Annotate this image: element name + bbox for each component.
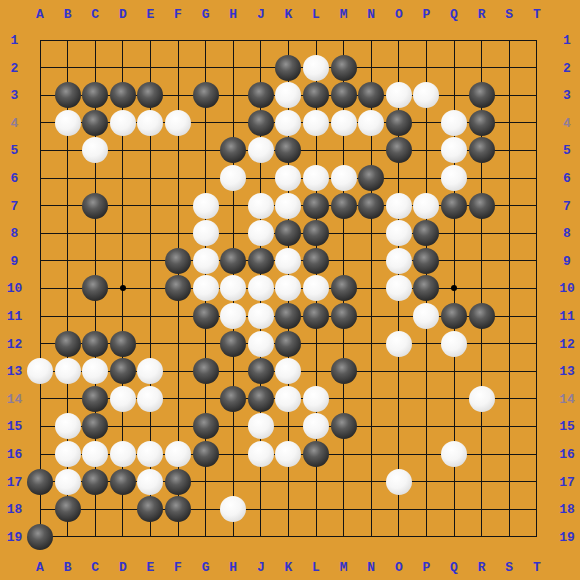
point-J10[interactable]: [247, 274, 275, 302]
point-T5[interactable]: [523, 136, 551, 164]
point-C19[interactable]: [81, 523, 109, 551]
point-D15[interactable]: [109, 412, 137, 440]
point-M2[interactable]: [330, 54, 358, 82]
point-A15[interactable]: [26, 412, 54, 440]
point-L12[interactable]: [302, 330, 330, 358]
point-D4[interactable]: [109, 109, 137, 137]
point-D8[interactable]: [109, 219, 137, 247]
point-F12[interactable]: [164, 330, 192, 358]
point-E9[interactable]: [136, 247, 164, 275]
point-S1[interactable]: [495, 26, 523, 54]
point-O11[interactable]: [385, 302, 413, 330]
point-M3[interactable]: [330, 81, 358, 109]
point-C13[interactable]: [81, 357, 109, 385]
point-C9[interactable]: [81, 247, 109, 275]
point-O14[interactable]: [385, 385, 413, 413]
point-H16[interactable]: [219, 440, 247, 468]
point-L10[interactable]: [302, 274, 330, 302]
point-A14[interactable]: [26, 385, 54, 413]
point-S3[interactable]: [495, 81, 523, 109]
point-O4[interactable]: [385, 109, 413, 137]
point-R9[interactable]: [468, 247, 496, 275]
point-M9[interactable]: [330, 247, 358, 275]
point-G19[interactable]: [192, 523, 220, 551]
point-T16[interactable]: [523, 440, 551, 468]
point-S18[interactable]: [495, 495, 523, 523]
point-P15[interactable]: [412, 412, 440, 440]
point-G1[interactable]: [192, 26, 220, 54]
point-R19[interactable]: [468, 523, 496, 551]
point-O10[interactable]: [385, 274, 413, 302]
point-M14[interactable]: [330, 385, 358, 413]
point-F17[interactable]: [164, 468, 192, 496]
point-J5[interactable]: [247, 136, 275, 164]
point-S17[interactable]: [495, 468, 523, 496]
point-O1[interactable]: [385, 26, 413, 54]
point-E19[interactable]: [136, 523, 164, 551]
point-D6[interactable]: [109, 164, 137, 192]
point-G8[interactable]: [192, 219, 220, 247]
point-Q8[interactable]: [440, 219, 468, 247]
point-T13[interactable]: [523, 357, 551, 385]
point-T4[interactable]: [523, 109, 551, 137]
point-E13[interactable]: [136, 357, 164, 385]
point-K13[interactable]: [274, 357, 302, 385]
point-A6[interactable]: [26, 164, 54, 192]
point-H11[interactable]: [219, 302, 247, 330]
point-C6[interactable]: [81, 164, 109, 192]
point-J6[interactable]: [247, 164, 275, 192]
point-K9[interactable]: [274, 247, 302, 275]
point-Q11[interactable]: [440, 302, 468, 330]
point-O9[interactable]: [385, 247, 413, 275]
point-Q14[interactable]: [440, 385, 468, 413]
point-F7[interactable]: [164, 192, 192, 220]
point-N7[interactable]: [357, 192, 385, 220]
point-D18[interactable]: [109, 495, 137, 523]
point-D17[interactable]: [109, 468, 137, 496]
point-M19[interactable]: [330, 523, 358, 551]
point-N17[interactable]: [357, 468, 385, 496]
point-G4[interactable]: [192, 109, 220, 137]
point-J9[interactable]: [247, 247, 275, 275]
point-J16[interactable]: [247, 440, 275, 468]
point-L11[interactable]: [302, 302, 330, 330]
point-R13[interactable]: [468, 357, 496, 385]
point-L8[interactable]: [302, 219, 330, 247]
point-P12[interactable]: [412, 330, 440, 358]
point-O15[interactable]: [385, 412, 413, 440]
point-Q16[interactable]: [440, 440, 468, 468]
point-G5[interactable]: [192, 136, 220, 164]
point-K19[interactable]: [274, 523, 302, 551]
point-M10[interactable]: [330, 274, 358, 302]
point-P6[interactable]: [412, 164, 440, 192]
point-O19[interactable]: [385, 523, 413, 551]
point-H1[interactable]: [219, 26, 247, 54]
point-M5[interactable]: [330, 136, 358, 164]
point-S11[interactable]: [495, 302, 523, 330]
point-E4[interactable]: [136, 109, 164, 137]
point-M15[interactable]: [330, 412, 358, 440]
point-F14[interactable]: [164, 385, 192, 413]
point-K18[interactable]: [274, 495, 302, 523]
point-L7[interactable]: [302, 192, 330, 220]
point-Q10[interactable]: [440, 274, 468, 302]
point-C17[interactable]: [81, 468, 109, 496]
point-T7[interactable]: [523, 192, 551, 220]
point-O5[interactable]: [385, 136, 413, 164]
point-Q7[interactable]: [440, 192, 468, 220]
point-M12[interactable]: [330, 330, 358, 358]
point-R15[interactable]: [468, 412, 496, 440]
point-E1[interactable]: [136, 26, 164, 54]
point-T9[interactable]: [523, 247, 551, 275]
point-J15[interactable]: [247, 412, 275, 440]
point-H8[interactable]: [219, 219, 247, 247]
point-O7[interactable]: [385, 192, 413, 220]
point-B2[interactable]: [54, 54, 82, 82]
point-P8[interactable]: [412, 219, 440, 247]
point-K8[interactable]: [274, 219, 302, 247]
point-F19[interactable]: [164, 523, 192, 551]
point-L3[interactable]: [302, 81, 330, 109]
point-B14[interactable]: [54, 385, 82, 413]
point-Q9[interactable]: [440, 247, 468, 275]
point-K3[interactable]: [274, 81, 302, 109]
point-F3[interactable]: [164, 81, 192, 109]
point-M1[interactable]: [330, 26, 358, 54]
point-Q5[interactable]: [440, 136, 468, 164]
point-L15[interactable]: [302, 412, 330, 440]
point-D13[interactable]: [109, 357, 137, 385]
point-Q18[interactable]: [440, 495, 468, 523]
point-S13[interactable]: [495, 357, 523, 385]
point-D14[interactable]: [109, 385, 137, 413]
point-B19[interactable]: [54, 523, 82, 551]
point-P2[interactable]: [412, 54, 440, 82]
point-L9[interactable]: [302, 247, 330, 275]
point-H14[interactable]: [219, 385, 247, 413]
point-B8[interactable]: [54, 219, 82, 247]
point-F2[interactable]: [164, 54, 192, 82]
point-O17[interactable]: [385, 468, 413, 496]
point-M6[interactable]: [330, 164, 358, 192]
point-E3[interactable]: [136, 81, 164, 109]
point-O12[interactable]: [385, 330, 413, 358]
point-E7[interactable]: [136, 192, 164, 220]
point-S9[interactable]: [495, 247, 523, 275]
point-A5[interactable]: [26, 136, 54, 164]
point-T8[interactable]: [523, 219, 551, 247]
point-N14[interactable]: [357, 385, 385, 413]
point-N9[interactable]: [357, 247, 385, 275]
point-A1[interactable]: [26, 26, 54, 54]
point-T6[interactable]: [523, 164, 551, 192]
point-G18[interactable]: [192, 495, 220, 523]
point-F5[interactable]: [164, 136, 192, 164]
point-R10[interactable]: [468, 274, 496, 302]
point-G7[interactable]: [192, 192, 220, 220]
point-A4[interactable]: [26, 109, 54, 137]
point-E5[interactable]: [136, 136, 164, 164]
point-M18[interactable]: [330, 495, 358, 523]
point-E16[interactable]: [136, 440, 164, 468]
point-K5[interactable]: [274, 136, 302, 164]
point-N19[interactable]: [357, 523, 385, 551]
point-K15[interactable]: [274, 412, 302, 440]
point-S4[interactable]: [495, 109, 523, 137]
point-A19[interactable]: [26, 523, 54, 551]
point-N18[interactable]: [357, 495, 385, 523]
point-H17[interactable]: [219, 468, 247, 496]
point-C2[interactable]: [81, 54, 109, 82]
point-K2[interactable]: [274, 54, 302, 82]
point-J11[interactable]: [247, 302, 275, 330]
point-H3[interactable]: [219, 81, 247, 109]
point-F9[interactable]: [164, 247, 192, 275]
point-P10[interactable]: [412, 274, 440, 302]
point-F18[interactable]: [164, 495, 192, 523]
point-C10[interactable]: [81, 274, 109, 302]
point-G9[interactable]: [192, 247, 220, 275]
point-O3[interactable]: [385, 81, 413, 109]
point-E18[interactable]: [136, 495, 164, 523]
point-R6[interactable]: [468, 164, 496, 192]
point-M11[interactable]: [330, 302, 358, 330]
point-G2[interactable]: [192, 54, 220, 82]
point-J19[interactable]: [247, 523, 275, 551]
point-E14[interactable]: [136, 385, 164, 413]
point-P7[interactable]: [412, 192, 440, 220]
point-H10[interactable]: [219, 274, 247, 302]
point-S12[interactable]: [495, 330, 523, 358]
point-A7[interactable]: [26, 192, 54, 220]
point-F1[interactable]: [164, 26, 192, 54]
point-Q12[interactable]: [440, 330, 468, 358]
point-G11[interactable]: [192, 302, 220, 330]
point-C7[interactable]: [81, 192, 109, 220]
point-N8[interactable]: [357, 219, 385, 247]
point-E15[interactable]: [136, 412, 164, 440]
point-B16[interactable]: [54, 440, 82, 468]
point-C5[interactable]: [81, 136, 109, 164]
point-F4[interactable]: [164, 109, 192, 137]
point-Q2[interactable]: [440, 54, 468, 82]
point-A3[interactable]: [26, 81, 54, 109]
point-M13[interactable]: [330, 357, 358, 385]
point-R16[interactable]: [468, 440, 496, 468]
point-P13[interactable]: [412, 357, 440, 385]
point-N3[interactable]: [357, 81, 385, 109]
point-Q17[interactable]: [440, 468, 468, 496]
point-B11[interactable]: [54, 302, 82, 330]
point-A9[interactable]: [26, 247, 54, 275]
point-B7[interactable]: [54, 192, 82, 220]
point-R12[interactable]: [468, 330, 496, 358]
point-K17[interactable]: [274, 468, 302, 496]
point-K12[interactable]: [274, 330, 302, 358]
point-P11[interactable]: [412, 302, 440, 330]
point-S10[interactable]: [495, 274, 523, 302]
point-P4[interactable]: [412, 109, 440, 137]
point-L5[interactable]: [302, 136, 330, 164]
point-L2[interactable]: [302, 54, 330, 82]
point-C8[interactable]: [81, 219, 109, 247]
point-G12[interactable]: [192, 330, 220, 358]
point-P16[interactable]: [412, 440, 440, 468]
point-E12[interactable]: [136, 330, 164, 358]
point-J17[interactable]: [247, 468, 275, 496]
point-O6[interactable]: [385, 164, 413, 192]
point-T18[interactable]: [523, 495, 551, 523]
point-R2[interactable]: [468, 54, 496, 82]
point-P17[interactable]: [412, 468, 440, 496]
point-N2[interactable]: [357, 54, 385, 82]
point-J2[interactable]: [247, 54, 275, 82]
point-H19[interactable]: [219, 523, 247, 551]
point-J1[interactable]: [247, 26, 275, 54]
point-S8[interactable]: [495, 219, 523, 247]
point-A16[interactable]: [26, 440, 54, 468]
point-H12[interactable]: [219, 330, 247, 358]
point-O8[interactable]: [385, 219, 413, 247]
point-B17[interactable]: [54, 468, 82, 496]
point-N11[interactable]: [357, 302, 385, 330]
point-R18[interactable]: [468, 495, 496, 523]
point-Q19[interactable]: [440, 523, 468, 551]
point-S5[interactable]: [495, 136, 523, 164]
point-T12[interactable]: [523, 330, 551, 358]
point-K1[interactable]: [274, 26, 302, 54]
point-N16[interactable]: [357, 440, 385, 468]
point-Q6[interactable]: [440, 164, 468, 192]
point-K4[interactable]: [274, 109, 302, 137]
point-T19[interactable]: [523, 523, 551, 551]
point-P19[interactable]: [412, 523, 440, 551]
point-M8[interactable]: [330, 219, 358, 247]
point-E6[interactable]: [136, 164, 164, 192]
point-F13[interactable]: [164, 357, 192, 385]
point-A2[interactable]: [26, 54, 54, 82]
point-J3[interactable]: [247, 81, 275, 109]
point-T15[interactable]: [523, 412, 551, 440]
point-M7[interactable]: [330, 192, 358, 220]
point-D12[interactable]: [109, 330, 137, 358]
point-R3[interactable]: [468, 81, 496, 109]
point-F6[interactable]: [164, 164, 192, 192]
point-P1[interactable]: [412, 26, 440, 54]
point-A10[interactable]: [26, 274, 54, 302]
point-N12[interactable]: [357, 330, 385, 358]
point-J13[interactable]: [247, 357, 275, 385]
point-D16[interactable]: [109, 440, 137, 468]
point-L6[interactable]: [302, 164, 330, 192]
point-N6[interactable]: [357, 164, 385, 192]
point-R4[interactable]: [468, 109, 496, 137]
point-P14[interactable]: [412, 385, 440, 413]
point-A12[interactable]: [26, 330, 54, 358]
point-J18[interactable]: [247, 495, 275, 523]
point-S7[interactable]: [495, 192, 523, 220]
point-Q13[interactable]: [440, 357, 468, 385]
point-G15[interactable]: [192, 412, 220, 440]
point-H2[interactable]: [219, 54, 247, 82]
point-B10[interactable]: [54, 274, 82, 302]
point-E2[interactable]: [136, 54, 164, 82]
point-N13[interactable]: [357, 357, 385, 385]
point-S16[interactable]: [495, 440, 523, 468]
point-S6[interactable]: [495, 164, 523, 192]
point-B12[interactable]: [54, 330, 82, 358]
point-D1[interactable]: [109, 26, 137, 54]
point-T10[interactable]: [523, 274, 551, 302]
point-D9[interactable]: [109, 247, 137, 275]
point-K10[interactable]: [274, 274, 302, 302]
point-A8[interactable]: [26, 219, 54, 247]
point-B15[interactable]: [54, 412, 82, 440]
point-H4[interactable]: [219, 109, 247, 137]
point-M17[interactable]: [330, 468, 358, 496]
point-Q4[interactable]: [440, 109, 468, 137]
point-N5[interactable]: [357, 136, 385, 164]
point-F10[interactable]: [164, 274, 192, 302]
point-B5[interactable]: [54, 136, 82, 164]
point-S14[interactable]: [495, 385, 523, 413]
point-H9[interactable]: [219, 247, 247, 275]
point-E11[interactable]: [136, 302, 164, 330]
point-B13[interactable]: [54, 357, 82, 385]
point-C11[interactable]: [81, 302, 109, 330]
point-R11[interactable]: [468, 302, 496, 330]
point-K14[interactable]: [274, 385, 302, 413]
point-B1[interactable]: [54, 26, 82, 54]
point-L1[interactable]: [302, 26, 330, 54]
point-H13[interactable]: [219, 357, 247, 385]
point-S19[interactable]: [495, 523, 523, 551]
point-E10[interactable]: [136, 274, 164, 302]
point-A11[interactable]: [26, 302, 54, 330]
point-R8[interactable]: [468, 219, 496, 247]
point-O18[interactable]: [385, 495, 413, 523]
point-S2[interactable]: [495, 54, 523, 82]
point-O13[interactable]: [385, 357, 413, 385]
point-N1[interactable]: [357, 26, 385, 54]
point-L19[interactable]: [302, 523, 330, 551]
point-E8[interactable]: [136, 219, 164, 247]
point-T2[interactable]: [523, 54, 551, 82]
point-N15[interactable]: [357, 412, 385, 440]
point-D11[interactable]: [109, 302, 137, 330]
point-P18[interactable]: [412, 495, 440, 523]
point-B18[interactable]: [54, 495, 82, 523]
point-O16[interactable]: [385, 440, 413, 468]
point-D19[interactable]: [109, 523, 137, 551]
point-T11[interactable]: [523, 302, 551, 330]
point-P9[interactable]: [412, 247, 440, 275]
point-B9[interactable]: [54, 247, 82, 275]
point-P3[interactable]: [412, 81, 440, 109]
point-A17[interactable]: [26, 468, 54, 496]
point-C14[interactable]: [81, 385, 109, 413]
point-J14[interactable]: [247, 385, 275, 413]
point-F16[interactable]: [164, 440, 192, 468]
point-L14[interactable]: [302, 385, 330, 413]
point-B4[interactable]: [54, 109, 82, 137]
point-D3[interactable]: [109, 81, 137, 109]
point-L17[interactable]: [302, 468, 330, 496]
point-G16[interactable]: [192, 440, 220, 468]
